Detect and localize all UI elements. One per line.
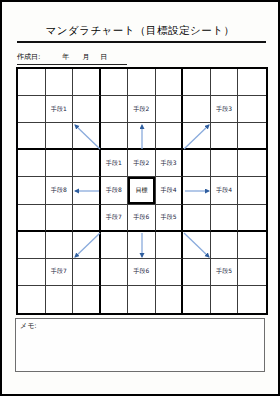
grid-cell bbox=[18, 69, 46, 96]
grid-cell bbox=[73, 232, 101, 259]
grid-cell: 手段8 bbox=[46, 177, 74, 204]
grid-cell: 手段1 bbox=[101, 150, 129, 177]
grid-cell bbox=[101, 259, 129, 286]
creation-date-line: 作成日: 年 月 日 bbox=[17, 52, 127, 65]
grid-cell: 手段4 bbox=[211, 177, 239, 204]
grid-cell bbox=[73, 205, 101, 232]
grid-cell: 手段3 bbox=[156, 150, 184, 177]
grid-cell bbox=[156, 232, 184, 259]
day-label: 日 bbox=[100, 52, 107, 62]
grid-cell bbox=[238, 69, 266, 96]
grid-cell bbox=[73, 123, 101, 150]
grid-cell bbox=[238, 232, 266, 259]
grid-cell: 手段2 bbox=[128, 96, 156, 123]
grid-cell: 手段1 bbox=[46, 96, 74, 123]
grid-cell bbox=[183, 232, 211, 259]
sheet-page: マンダラチャート（目標設定シート） 作成日: 年 月 日 手段1手段2手段3手段… bbox=[0, 0, 280, 396]
grid-cell bbox=[183, 177, 211, 204]
grid-cell bbox=[183, 69, 211, 96]
grid-cell bbox=[46, 150, 74, 177]
mandala-grid: 手段1手段2手段3手段1手段2手段3手段8手段8目標手段4手段4手段7手段6手段… bbox=[16, 67, 268, 315]
grid-cell bbox=[18, 286, 46, 313]
grid-cell bbox=[73, 150, 101, 177]
grid-cell bbox=[156, 286, 184, 313]
memo-label: メモ: bbox=[20, 322, 37, 330]
grid-cell bbox=[73, 96, 101, 123]
grid-cell bbox=[73, 259, 101, 286]
creation-date-label: 作成日: bbox=[17, 52, 40, 62]
grid-cell: 手段3 bbox=[211, 96, 239, 123]
grid-cell: 手段7 bbox=[46, 259, 74, 286]
grid-cell bbox=[156, 123, 184, 150]
grid-cell bbox=[101, 96, 129, 123]
grid-cell bbox=[183, 286, 211, 313]
grid-cell: 手段8 bbox=[101, 177, 129, 204]
grid-cell bbox=[18, 205, 46, 232]
grid-cell bbox=[128, 123, 156, 150]
grid-cell bbox=[73, 177, 101, 204]
grid-cell bbox=[18, 232, 46, 259]
grid-cell: 手段7 bbox=[101, 205, 129, 232]
memo-box: メモ: bbox=[15, 318, 265, 372]
grid-cell bbox=[73, 286, 101, 313]
grid-cell: 手段5 bbox=[156, 205, 184, 232]
grid-cell bbox=[238, 286, 266, 313]
grid-cell bbox=[238, 150, 266, 177]
grid-cell bbox=[238, 177, 266, 204]
grid-cell bbox=[211, 205, 239, 232]
grid-cell bbox=[238, 205, 266, 232]
grid-cell bbox=[156, 96, 184, 123]
grid-cell bbox=[156, 259, 184, 286]
grid-cell bbox=[128, 69, 156, 96]
grid-cell bbox=[211, 123, 239, 150]
grid-cell bbox=[183, 123, 211, 150]
grid-cell bbox=[18, 177, 46, 204]
grid-cell bbox=[183, 150, 211, 177]
goal-cell: 目標 bbox=[128, 177, 156, 204]
page-title: マンダラチャート（目標設定シート） bbox=[2, 24, 278, 38]
grid-cell bbox=[46, 286, 74, 313]
grid-cell bbox=[211, 150, 239, 177]
grid-cell: 手段6 bbox=[128, 205, 156, 232]
grid-cell bbox=[46, 205, 74, 232]
grid-cell bbox=[46, 69, 74, 96]
title-underline bbox=[17, 41, 266, 43]
grid-cell bbox=[46, 232, 74, 259]
year-label: 年 bbox=[62, 52, 69, 62]
grid-cell bbox=[211, 69, 239, 96]
grid-cell: 手段2 bbox=[128, 150, 156, 177]
grid-cell bbox=[128, 286, 156, 313]
grid-cell bbox=[183, 96, 211, 123]
grid-cell: 手段6 bbox=[128, 259, 156, 286]
grid-cell bbox=[18, 150, 46, 177]
grid-cell bbox=[211, 286, 239, 313]
grid-cell bbox=[73, 69, 101, 96]
grid-cell bbox=[238, 123, 266, 150]
grid-cell bbox=[46, 123, 74, 150]
grid-cell bbox=[101, 286, 129, 313]
grid-cell bbox=[101, 123, 129, 150]
grid-cell bbox=[211, 232, 239, 259]
grid-cell bbox=[156, 69, 184, 96]
month-label: 月 bbox=[82, 52, 89, 62]
grid-cell bbox=[101, 69, 129, 96]
grid-cell bbox=[18, 96, 46, 123]
grid-cell bbox=[101, 232, 129, 259]
grid-cell bbox=[128, 232, 156, 259]
grid-cell: 手段5 bbox=[211, 259, 239, 286]
grid-cell: 手段4 bbox=[156, 177, 184, 204]
grid-cell bbox=[183, 205, 211, 232]
grid-cell bbox=[238, 259, 266, 286]
grid-cell bbox=[18, 259, 46, 286]
grid-cell bbox=[183, 259, 211, 286]
grid-cell bbox=[238, 96, 266, 123]
grid-cell bbox=[18, 123, 46, 150]
